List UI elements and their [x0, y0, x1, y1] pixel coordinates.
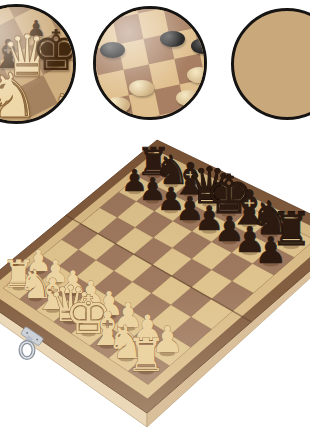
checkers-piece-light [129, 80, 154, 96]
inset-checkers-closeup [93, 6, 207, 120]
inset-chess-white-knight: ♞ [0, 65, 40, 124]
checkers-piece-dark [100, 42, 125, 58]
inset-board-pattern [93, 6, 207, 120]
piece-white-rook-h1: ♜ [126, 329, 167, 382]
checkers-piece-dark [160, 31, 185, 47]
product-photo: ♜♞♟♝♟♛♟♚♟♝♟♞♟♜♟♟♟♟♜♟♞♟♝♟♛♟♚♟♝♟♞♜ ♟♝♛♚♞♟ [0, 0, 310, 430]
piece-black-pawn-h7: ♟ [255, 229, 288, 272]
